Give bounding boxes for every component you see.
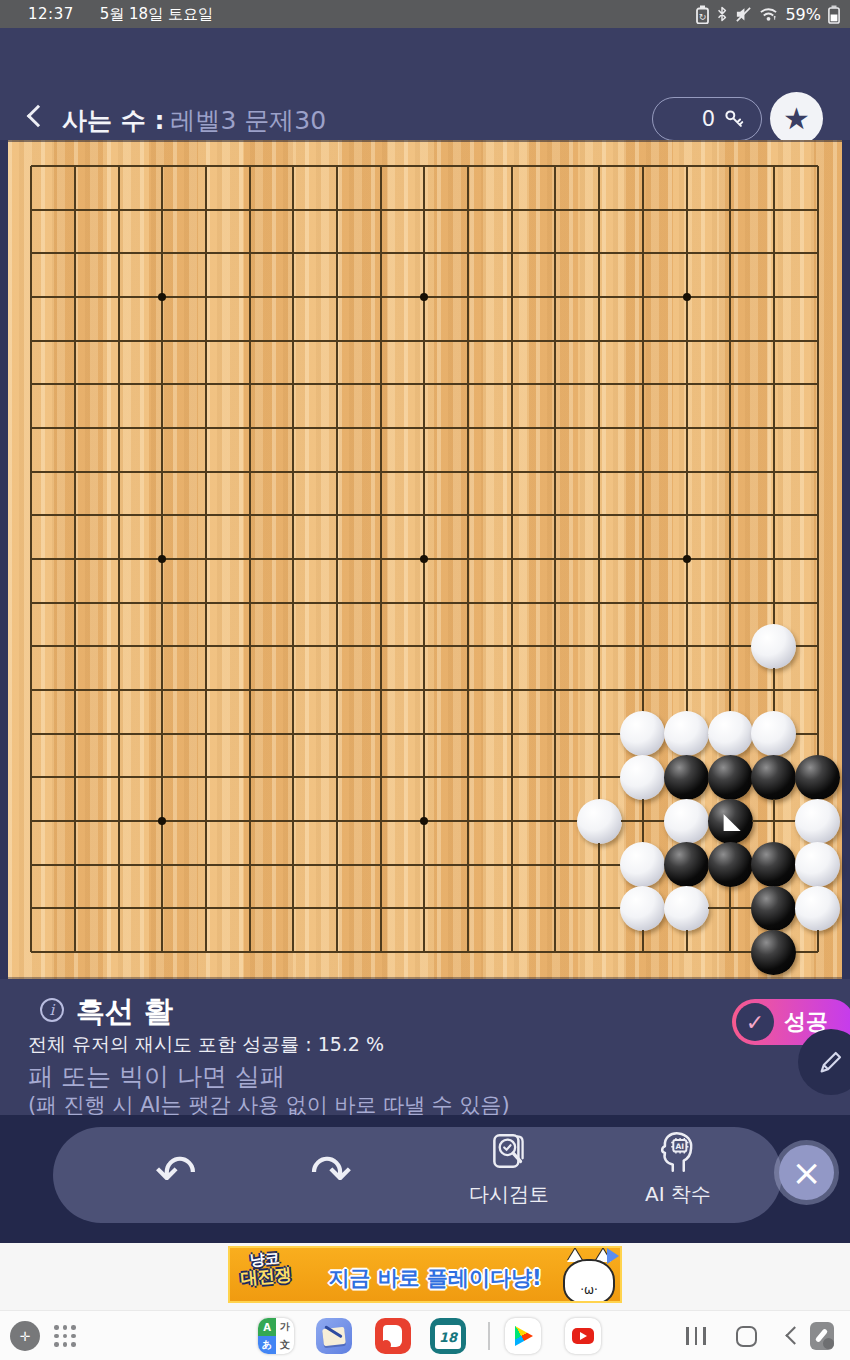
board-cell[interactable] <box>97 144 141 188</box>
board-cell[interactable] <box>446 188 490 232</box>
board-cell[interactable] <box>97 756 141 800</box>
board-cell[interactable] <box>228 275 272 319</box>
board-cell[interactable] <box>272 363 316 407</box>
board-cell[interactable] <box>228 625 272 669</box>
board-cell[interactable] <box>490 887 534 931</box>
board-cell[interactable] <box>752 668 796 712</box>
board-cell[interactable] <box>141 406 185 450</box>
board-cell[interactable] <box>534 494 578 538</box>
board-cell[interactable] <box>141 843 185 887</box>
board-cell[interactable] <box>272 188 316 232</box>
board-cell[interactable] <box>141 668 185 712</box>
red-app-icon[interactable] <box>375 1318 411 1354</box>
board-cell[interactable] <box>796 887 840 931</box>
board-cell[interactable] <box>272 232 316 276</box>
board-cell[interactable] <box>534 275 578 319</box>
board-cell[interactable] <box>752 188 796 232</box>
board-cell[interactable] <box>184 668 228 712</box>
favorite-button[interactable]: ★ <box>770 92 823 145</box>
board-cell[interactable] <box>184 756 228 800</box>
board-cell[interactable] <box>577 625 621 669</box>
board-cell[interactable] <box>446 232 490 276</box>
board-cell[interactable] <box>403 363 447 407</box>
board-cell[interactable] <box>621 188 665 232</box>
board-cell[interactable] <box>534 319 578 363</box>
board-cell[interactable] <box>141 363 185 407</box>
board-cell[interactable] <box>446 712 490 756</box>
board-cell[interactable] <box>272 450 316 494</box>
board-cell[interactable] <box>141 188 185 232</box>
board-cell[interactable] <box>359 275 403 319</box>
board-cell[interactable] <box>752 625 796 669</box>
board-cell[interactable] <box>621 581 665 625</box>
board-cell[interactable] <box>534 188 578 232</box>
board-cell[interactable] <box>621 406 665 450</box>
board-cell[interactable] <box>796 843 840 887</box>
board-cell[interactable] <box>796 406 840 450</box>
board-cell[interactable] <box>752 887 796 931</box>
board-cell[interactable] <box>708 232 752 276</box>
board-cell[interactable] <box>10 887 54 931</box>
board-cell[interactable] <box>752 275 796 319</box>
board-cell[interactable] <box>490 363 534 407</box>
board-cell[interactable] <box>490 930 534 974</box>
board-cell[interactable] <box>10 625 54 669</box>
board-cell[interactable] <box>10 668 54 712</box>
board-cell[interactable] <box>577 537 621 581</box>
board-cell[interactable] <box>228 668 272 712</box>
board-cell[interactable] <box>490 188 534 232</box>
board-cell[interactable] <box>621 275 665 319</box>
board-cell[interactable] <box>228 843 272 887</box>
board-cell[interactable] <box>403 581 447 625</box>
board-cell[interactable] <box>97 450 141 494</box>
board-cell[interactable] <box>621 450 665 494</box>
board-cell[interactable] <box>708 581 752 625</box>
undo-button[interactable]: ↶ <box>140 1133 212 1213</box>
board-cell[interactable] <box>796 537 840 581</box>
board-cell[interactable] <box>359 843 403 887</box>
board-cell[interactable] <box>796 930 840 974</box>
board-cell[interactable] <box>141 232 185 276</box>
board-cell[interactable] <box>359 756 403 800</box>
close-button[interactable]: × <box>779 1145 834 1200</box>
board-cell[interactable] <box>53 450 97 494</box>
board-cell[interactable] <box>446 756 490 800</box>
board-cell[interactable] <box>665 406 709 450</box>
board-cell[interactable] <box>97 930 141 974</box>
board-cell[interactable] <box>403 232 447 276</box>
home-button[interactable] <box>736 1326 757 1347</box>
board-cell[interactable] <box>534 537 578 581</box>
board-cell[interactable] <box>665 799 709 843</box>
board-cell[interactable] <box>359 232 403 276</box>
board-cell[interactable] <box>10 144 54 188</box>
board-cell[interactable] <box>665 450 709 494</box>
board-cell[interactable] <box>359 319 403 363</box>
board-cell[interactable] <box>10 756 54 800</box>
board-cell[interactable] <box>184 887 228 931</box>
calendar-app-icon[interactable]: 18 <box>430 1318 466 1354</box>
board-cell[interactable] <box>272 712 316 756</box>
board-cell[interactable] <box>446 799 490 843</box>
board-cell[interactable] <box>446 450 490 494</box>
board-cell[interactable] <box>490 843 534 887</box>
board-cell[interactable] <box>53 712 97 756</box>
board-cell[interactable] <box>10 799 54 843</box>
board-cell[interactable] <box>10 275 54 319</box>
board-cell[interactable] <box>621 930 665 974</box>
board-cell[interactable] <box>141 756 185 800</box>
board-cell[interactable] <box>752 712 796 756</box>
board-cell[interactable] <box>796 319 840 363</box>
board-cell[interactable] <box>184 406 228 450</box>
board-cell[interactable] <box>665 232 709 276</box>
board-cell[interactable] <box>10 843 54 887</box>
board-cell[interactable] <box>315 144 359 188</box>
board-cell[interactable] <box>141 494 185 538</box>
board-cell[interactable] <box>665 930 709 974</box>
board-cell[interactable] <box>359 406 403 450</box>
board-cell[interactable] <box>446 843 490 887</box>
board-cell[interactable] <box>359 537 403 581</box>
board-cell[interactable] <box>752 756 796 800</box>
board-cell[interactable] <box>272 843 316 887</box>
board-cell[interactable] <box>53 363 97 407</box>
board-cell[interactable] <box>796 799 840 843</box>
board-cell[interactable] <box>97 799 141 843</box>
board-cell[interactable] <box>446 406 490 450</box>
board-cell[interactable] <box>53 843 97 887</box>
board-cell[interactable] <box>621 668 665 712</box>
board-cell[interactable] <box>53 232 97 276</box>
board-cell[interactable] <box>228 581 272 625</box>
board-cell[interactable] <box>359 930 403 974</box>
board-cell[interactable] <box>184 581 228 625</box>
board-cell[interactable] <box>796 712 840 756</box>
board-cell[interactable] <box>403 319 447 363</box>
board-cell[interactable] <box>490 799 534 843</box>
board-cell[interactable] <box>796 232 840 276</box>
board-cell[interactable] <box>708 930 752 974</box>
board-cell[interactable] <box>272 406 316 450</box>
board-cell[interactable] <box>141 799 185 843</box>
board-cell[interactable] <box>752 144 796 188</box>
ad-choices-icon[interactable] <box>607 1248 619 1264</box>
board-cell[interactable] <box>359 363 403 407</box>
edit-button[interactable] <box>798 1029 850 1095</box>
board-cell[interactable] <box>621 232 665 276</box>
board-cell[interactable] <box>272 756 316 800</box>
board-cell[interactable] <box>184 275 228 319</box>
board-cell[interactable] <box>796 144 840 188</box>
board-cell[interactable] <box>228 930 272 974</box>
board-cell[interactable] <box>315 319 359 363</box>
board-cell[interactable] <box>708 144 752 188</box>
board-cell[interactable] <box>796 494 840 538</box>
board-cell[interactable] <box>97 494 141 538</box>
board-cell[interactable] <box>97 625 141 669</box>
ai-move-button[interactable]: AI AI 착수 <box>608 1129 748 1208</box>
board-cell[interactable] <box>53 756 97 800</box>
ad-banner[interactable]: 냥코 대전쟁 지금 바로 플레이다냥! ·ω· <box>228 1246 622 1303</box>
board-cell[interactable] <box>359 494 403 538</box>
board-cell[interactable] <box>10 363 54 407</box>
board-cell[interactable] <box>403 494 447 538</box>
youtube-icon[interactable] <box>565 1318 601 1354</box>
board-cell[interactable] <box>621 144 665 188</box>
board-cell[interactable] <box>752 406 796 450</box>
board-cell[interactable] <box>708 625 752 669</box>
notes-app-icon[interactable] <box>316 1318 352 1354</box>
board-cell[interactable] <box>577 275 621 319</box>
board-cell[interactable] <box>272 887 316 931</box>
board-cell[interactable] <box>534 668 578 712</box>
board-cell[interactable] <box>446 363 490 407</box>
board-cell[interactable] <box>315 843 359 887</box>
board-cell[interactable] <box>97 712 141 756</box>
board-cell[interactable] <box>53 319 97 363</box>
board-cell[interactable] <box>403 712 447 756</box>
board-cell[interactable] <box>53 494 97 538</box>
board-cell[interactable] <box>577 712 621 756</box>
board-cell[interactable] <box>665 537 709 581</box>
board-cell[interactable] <box>315 581 359 625</box>
board-cell[interactable] <box>708 799 752 843</box>
board-cell[interactable] <box>621 712 665 756</box>
call-continuity-icon[interactable] <box>810 1322 834 1350</box>
board-cell[interactable] <box>272 930 316 974</box>
board-cell[interactable] <box>708 843 752 887</box>
board-cell[interactable] <box>621 843 665 887</box>
board-cell[interactable] <box>97 537 141 581</box>
board-cell[interactable] <box>359 625 403 669</box>
redo-button[interactable]: ↷ <box>295 1133 367 1213</box>
board-cell[interactable] <box>141 450 185 494</box>
board-cell[interactable] <box>534 887 578 931</box>
board-cell[interactable] <box>228 712 272 756</box>
board-cell[interactable] <box>403 799 447 843</box>
board-cell[interactable] <box>490 537 534 581</box>
board-cell[interactable] <box>534 363 578 407</box>
board-cell[interactable] <box>665 625 709 669</box>
board-cell[interactable] <box>665 712 709 756</box>
board-cell[interactable] <box>184 450 228 494</box>
board-cell[interactable] <box>796 756 840 800</box>
board-cell[interactable] <box>141 887 185 931</box>
board-cell[interactable] <box>10 494 54 538</box>
board-cell[interactable] <box>403 843 447 887</box>
board-cell[interactable] <box>228 188 272 232</box>
board-cell[interactable] <box>53 668 97 712</box>
board-cell[interactable] <box>665 843 709 887</box>
board-cell[interactable] <box>53 406 97 450</box>
board-cell[interactable] <box>534 843 578 887</box>
board-cell[interactable] <box>184 625 228 669</box>
board-cell[interactable] <box>708 450 752 494</box>
board-cell[interactable] <box>534 406 578 450</box>
board-cell[interactable] <box>534 581 578 625</box>
board-cell[interactable] <box>141 712 185 756</box>
board-cell[interactable] <box>272 537 316 581</box>
board-cell[interactable] <box>577 232 621 276</box>
board-cell[interactable] <box>97 668 141 712</box>
board-cell[interactable] <box>403 930 447 974</box>
board-cell[interactable] <box>490 319 534 363</box>
board-cell[interactable] <box>446 537 490 581</box>
board-cell[interactable] <box>10 930 54 974</box>
board-cell[interactable] <box>272 799 316 843</box>
board-cell[interactable] <box>534 712 578 756</box>
board-cell[interactable] <box>490 668 534 712</box>
board-cell[interactable] <box>490 144 534 188</box>
board-cell[interactable] <box>315 188 359 232</box>
board-cell[interactable] <box>10 712 54 756</box>
board-cell[interactable] <box>184 537 228 581</box>
board-cell[interactable] <box>97 232 141 276</box>
board-cell[interactable] <box>53 144 97 188</box>
board-cell[interactable] <box>708 275 752 319</box>
board-cell[interactable] <box>315 930 359 974</box>
board-cell[interactable] <box>359 712 403 756</box>
board-cell[interactable] <box>446 930 490 974</box>
board-cell[interactable] <box>141 144 185 188</box>
board-cell[interactable] <box>577 668 621 712</box>
board-cell[interactable] <box>228 319 272 363</box>
board-cell[interactable] <box>359 668 403 712</box>
board-cell[interactable] <box>577 887 621 931</box>
board-cell[interactable] <box>228 494 272 538</box>
board-cell[interactable] <box>490 494 534 538</box>
board-cell[interactable] <box>577 406 621 450</box>
board-cell[interactable] <box>97 843 141 887</box>
review-button[interactable]: 다시검토 <box>439 1129 579 1208</box>
board-cell[interactable] <box>184 494 228 538</box>
board-cell[interactable] <box>665 668 709 712</box>
board-cell[interactable] <box>97 887 141 931</box>
board-cell[interactable] <box>752 363 796 407</box>
board-cell[interactable] <box>577 450 621 494</box>
board-cell[interactable] <box>272 144 316 188</box>
board-cell[interactable] <box>141 319 185 363</box>
board-cell[interactable] <box>403 625 447 669</box>
board-cell[interactable] <box>708 406 752 450</box>
board-cell[interactable] <box>446 887 490 931</box>
board-cell[interactable] <box>53 625 97 669</box>
board-cell[interactable] <box>665 494 709 538</box>
board-cell[interactable] <box>577 843 621 887</box>
board-cell[interactable] <box>490 756 534 800</box>
board-cell[interactable] <box>315 756 359 800</box>
board-cell[interactable] <box>621 799 665 843</box>
board-cell[interactable] <box>490 450 534 494</box>
board-cell[interactable] <box>53 930 97 974</box>
board-cell[interactable] <box>228 406 272 450</box>
board-cell[interactable] <box>796 450 840 494</box>
board-cell[interactable] <box>184 232 228 276</box>
board-cell[interactable] <box>752 843 796 887</box>
board-cell[interactable] <box>228 756 272 800</box>
board-cell[interactable] <box>53 581 97 625</box>
board-cell[interactable] <box>665 581 709 625</box>
key-counter[interactable]: 0 <box>652 97 762 141</box>
board-cell[interactable] <box>665 363 709 407</box>
board-cell[interactable] <box>272 625 316 669</box>
board-cell[interactable] <box>665 275 709 319</box>
board-cell[interactable] <box>708 887 752 931</box>
board-cell[interactable] <box>315 887 359 931</box>
board-cell[interactable] <box>490 581 534 625</box>
board-cell[interactable] <box>403 406 447 450</box>
board-cell[interactable] <box>359 887 403 931</box>
board-cell[interactable] <box>359 144 403 188</box>
board-cell[interactable] <box>53 275 97 319</box>
board-cell[interactable] <box>490 712 534 756</box>
back-button[interactable] <box>27 105 50 128</box>
board-cell[interactable] <box>796 275 840 319</box>
board-cell[interactable] <box>272 668 316 712</box>
board-cell[interactable] <box>752 537 796 581</box>
board-cell[interactable] <box>796 668 840 712</box>
recents-button[interactable] <box>686 1327 706 1345</box>
board-cell[interactable] <box>446 625 490 669</box>
board-cell[interactable] <box>272 494 316 538</box>
board-cell[interactable] <box>708 668 752 712</box>
board-cell[interactable] <box>577 930 621 974</box>
board-cell[interactable] <box>403 668 447 712</box>
board-cell[interactable] <box>577 319 621 363</box>
board-cell[interactable] <box>10 406 54 450</box>
board-cell[interactable] <box>53 799 97 843</box>
board-cell[interactable] <box>228 144 272 188</box>
board-cell[interactable] <box>621 319 665 363</box>
board-cell[interactable] <box>315 363 359 407</box>
board-cell[interactable] <box>534 144 578 188</box>
board-cell[interactable] <box>403 887 447 931</box>
game-booster-icon[interactable]: ✛ <box>10 1321 40 1351</box>
board-cell[interactable] <box>272 319 316 363</box>
board-cell[interactable] <box>315 537 359 581</box>
back-nav-button[interactable] <box>785 1326 803 1344</box>
board-cell[interactable] <box>141 581 185 625</box>
board-cell[interactable] <box>796 625 840 669</box>
board-cell[interactable] <box>97 188 141 232</box>
board-cell[interactable] <box>97 581 141 625</box>
board-cell[interactable] <box>708 363 752 407</box>
board-cell[interactable] <box>752 799 796 843</box>
board-cell[interactable] <box>403 537 447 581</box>
board-cell[interactable] <box>577 799 621 843</box>
board-cell[interactable] <box>621 363 665 407</box>
board-cell[interactable] <box>315 712 359 756</box>
board-cell[interactable] <box>10 537 54 581</box>
board-cell[interactable] <box>10 319 54 363</box>
board-cell[interactable] <box>272 275 316 319</box>
board-cell[interactable] <box>708 188 752 232</box>
board-cell[interactable] <box>621 756 665 800</box>
board-cell[interactable] <box>359 581 403 625</box>
board-cell[interactable] <box>796 363 840 407</box>
board-cell[interactable] <box>577 581 621 625</box>
board-cell[interactable] <box>708 319 752 363</box>
board-cell[interactable] <box>228 537 272 581</box>
board-cell[interactable] <box>141 537 185 581</box>
board-cell[interactable] <box>228 799 272 843</box>
board-cell[interactable] <box>708 712 752 756</box>
board-cell[interactable] <box>665 887 709 931</box>
board-cell[interactable] <box>184 712 228 756</box>
app-drawer-button[interactable] <box>52 1323 78 1349</box>
